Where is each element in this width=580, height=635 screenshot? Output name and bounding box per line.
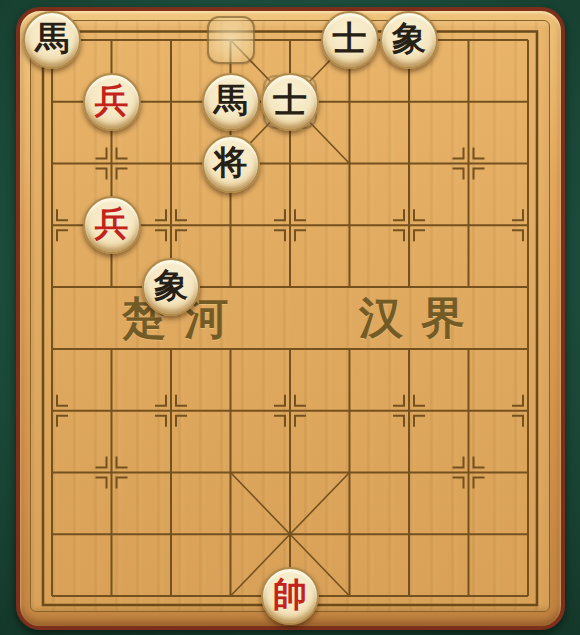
piece-character: 兵 xyxy=(95,84,129,118)
xiangqi-app: 楚河 汉界 馬士象兵馬士将兵象帥 xyxy=(0,0,580,635)
piece-character: 象 xyxy=(392,22,426,56)
piece-black-elephant[interactable]: 象 xyxy=(380,11,438,69)
piece-red-soldier[interactable]: 兵 xyxy=(83,196,141,254)
piece-character: 馬 xyxy=(35,22,69,56)
piece-black-general[interactable]: 将 xyxy=(202,135,260,193)
piece-black-horse[interactable]: 馬 xyxy=(23,11,81,69)
piece-character: 士 xyxy=(333,22,367,56)
piece-character: 士 xyxy=(273,84,307,118)
piece-red-general[interactable]: 帥 xyxy=(261,567,319,625)
move-from-marker xyxy=(207,16,255,64)
river-label-right: 汉界 xyxy=(359,297,483,341)
piece-character: 兵 xyxy=(95,207,129,241)
piece-character: 象 xyxy=(154,269,188,303)
piece-character: 将 xyxy=(214,146,248,180)
piece-character: 帥 xyxy=(273,578,307,612)
piece-character: 馬 xyxy=(214,84,248,118)
piece-red-soldier[interactable]: 兵 xyxy=(83,73,141,131)
piece-black-advisor[interactable]: 士 xyxy=(261,73,319,131)
piece-black-advisor[interactable]: 士 xyxy=(321,11,379,69)
piece-black-elephant[interactable]: 象 xyxy=(142,258,200,316)
piece-black-horse[interactable]: 馬 xyxy=(202,73,260,131)
